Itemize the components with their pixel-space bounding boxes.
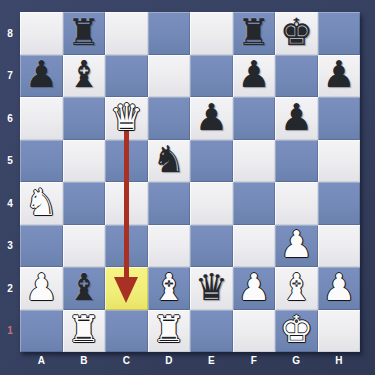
square-g1[interactable]: ♚ xyxy=(275,310,318,353)
square-d1[interactable]: ♜ xyxy=(148,310,191,353)
square-a3[interactable] xyxy=(20,225,63,268)
square-a8[interactable] xyxy=(20,12,63,55)
piece-white-bishop-g2[interactable]: ♝ xyxy=(280,269,313,306)
file-label-c: C xyxy=(105,352,148,368)
piece-black-pawn-a7[interactable]: ♟ xyxy=(25,56,58,93)
rank-label-4: 4 xyxy=(0,182,20,225)
piece-black-king-g8[interactable]: ♚ xyxy=(280,14,313,51)
square-d2[interactable]: ♝ xyxy=(148,267,191,310)
piece-white-rook-b1[interactable]: ♜ xyxy=(67,311,100,348)
file-label-g: G xyxy=(275,352,318,368)
square-a2[interactable]: ♟ xyxy=(20,267,63,310)
piece-black-knight-d5[interactable]: ♞ xyxy=(152,141,185,178)
square-e3[interactable] xyxy=(190,225,233,268)
piece-white-pawn-h2[interactable]: ♟ xyxy=(322,269,355,306)
square-b4[interactable] xyxy=(63,182,106,225)
file-labels: ABCDEFGH xyxy=(20,352,360,368)
move-arrow-shaft xyxy=(124,118,129,279)
rank-label-2: 2 xyxy=(0,267,20,310)
piece-black-bishop-b2[interactable]: ♝ xyxy=(67,269,100,306)
square-a5[interactable] xyxy=(20,140,63,183)
piece-white-pawn-a2[interactable]: ♟ xyxy=(25,269,58,306)
square-e8[interactable] xyxy=(190,12,233,55)
square-f8[interactable]: ♜ xyxy=(233,12,276,55)
square-d7[interactable] xyxy=(148,55,191,98)
rank-label-5: 5 xyxy=(0,140,20,183)
square-h4[interactable] xyxy=(318,182,361,225)
square-c7[interactable] xyxy=(105,55,148,98)
square-b7[interactable]: ♝ xyxy=(63,55,106,98)
square-d4[interactable] xyxy=(148,182,191,225)
square-f3[interactable] xyxy=(233,225,276,268)
piece-black-rook-f8[interactable]: ♜ xyxy=(237,14,270,51)
piece-white-bishop-d2[interactable]: ♝ xyxy=(152,269,185,306)
piece-white-rook-d1[interactable]: ♜ xyxy=(152,311,185,348)
square-a7[interactable]: ♟ xyxy=(20,55,63,98)
square-g3[interactable]: ♟ xyxy=(275,225,318,268)
piece-black-bishop-b7[interactable]: ♝ xyxy=(67,56,100,93)
piece-white-knight-a4[interactable]: ♞ xyxy=(25,184,58,221)
square-e1[interactable] xyxy=(190,310,233,353)
square-e2[interactable]: ♛ xyxy=(190,267,233,310)
square-b6[interactable] xyxy=(63,97,106,140)
square-h2[interactable]: ♟ xyxy=(318,267,361,310)
square-g5[interactable] xyxy=(275,140,318,183)
square-g6[interactable]: ♟ xyxy=(275,97,318,140)
rank-label-3: 3 xyxy=(0,225,20,268)
square-d8[interactable] xyxy=(148,12,191,55)
piece-white-king-g1[interactable]: ♚ xyxy=(280,311,313,348)
move-arrow-head xyxy=(114,277,138,303)
square-d3[interactable] xyxy=(148,225,191,268)
square-c1[interactable] xyxy=(105,310,148,353)
square-b8[interactable]: ♜ xyxy=(63,12,106,55)
square-h1[interactable] xyxy=(318,310,361,353)
square-g2[interactable]: ♝ xyxy=(275,267,318,310)
square-b5[interactable] xyxy=(63,140,106,183)
square-f7[interactable]: ♟ xyxy=(233,55,276,98)
square-g8[interactable]: ♚ xyxy=(275,12,318,55)
square-a6[interactable] xyxy=(20,97,63,140)
rank-label-7: 7 xyxy=(0,55,20,98)
piece-black-queen-e2[interactable]: ♛ xyxy=(195,269,228,306)
square-f5[interactable] xyxy=(233,140,276,183)
rank-label-8: 8 xyxy=(0,12,20,55)
square-b3[interactable] xyxy=(63,225,106,268)
piece-black-rook-b8[interactable]: ♜ xyxy=(67,14,100,51)
square-e6[interactable]: ♟ xyxy=(190,97,233,140)
piece-black-pawn-h7[interactable]: ♟ xyxy=(322,56,355,93)
piece-black-pawn-f7[interactable]: ♟ xyxy=(237,56,270,93)
square-d5[interactable]: ♞ xyxy=(148,140,191,183)
square-f4[interactable] xyxy=(233,182,276,225)
piece-black-pawn-e6[interactable]: ♟ xyxy=(195,99,228,136)
square-b2[interactable]: ♝ xyxy=(63,267,106,310)
file-label-b: B xyxy=(63,352,106,368)
piece-white-pawn-f2[interactable]: ♟ xyxy=(237,269,270,306)
file-label-d: D xyxy=(148,352,191,368)
file-label-e: E xyxy=(190,352,233,368)
square-h3[interactable] xyxy=(318,225,361,268)
square-g4[interactable] xyxy=(275,182,318,225)
piece-black-pawn-g6[interactable]: ♟ xyxy=(280,99,313,136)
square-g7[interactable] xyxy=(275,55,318,98)
square-h7[interactable]: ♟ xyxy=(318,55,361,98)
file-label-a: A xyxy=(20,352,63,368)
square-b1[interactable]: ♜ xyxy=(63,310,106,353)
square-e5[interactable] xyxy=(190,140,233,183)
square-h6[interactable] xyxy=(318,97,361,140)
piece-white-queen-c6[interactable]: ♛ xyxy=(110,99,143,136)
square-f6[interactable] xyxy=(233,97,276,140)
board-frame: ♜♜♚♟♝♟♟♛♟♟♞♞♟♟♝♝♛♟♝♟♜♜♚ 87654321 ABCDEFG… xyxy=(0,0,375,375)
square-c6[interactable]: ♛ xyxy=(105,97,148,140)
rank-labels: 87654321 xyxy=(0,12,20,352)
square-a1[interactable] xyxy=(20,310,63,353)
rank-label-6: 6 xyxy=(0,97,20,140)
piece-white-pawn-g3[interactable]: ♟ xyxy=(280,226,313,263)
square-f2[interactable]: ♟ xyxy=(233,267,276,310)
chess-board: ♜♜♚♟♝♟♟♛♟♟♞♞♟♟♝♝♛♟♝♟♜♜♚ xyxy=(20,12,360,352)
square-h8[interactable] xyxy=(318,12,361,55)
square-c8[interactable] xyxy=(105,12,148,55)
square-h5[interactable] xyxy=(318,140,361,183)
square-f1[interactable] xyxy=(233,310,276,353)
square-e7[interactable] xyxy=(190,55,233,98)
square-e4[interactable] xyxy=(190,182,233,225)
file-label-f: F xyxy=(233,352,276,368)
file-label-h: H xyxy=(318,352,361,368)
rank-label-1: 1 xyxy=(0,310,20,353)
square-a4[interactable]: ♞ xyxy=(20,182,63,225)
square-d6[interactable] xyxy=(148,97,191,140)
